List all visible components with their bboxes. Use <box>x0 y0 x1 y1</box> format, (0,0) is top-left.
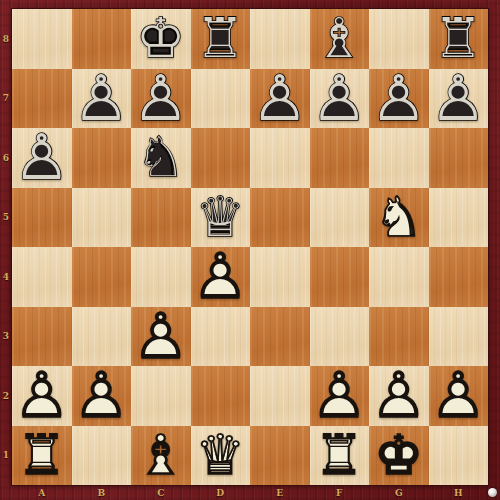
file-label-c: C <box>131 485 191 500</box>
square-c7[interactable]: ♟♙ <box>131 69 191 129</box>
piece-white-pawn[interactable]: ♟♙ <box>191 247 251 307</box>
file-label-e: E <box>250 485 310 500</box>
piece-white-pawn[interactable]: ♟♙ <box>310 366 370 426</box>
square-b6[interactable] <box>72 128 132 188</box>
square-a5[interactable] <box>12 188 72 248</box>
piece-black-pawn[interactable]: ♟♙ <box>250 69 310 129</box>
white-queen-outline-icon: ♕ <box>191 426 251 486</box>
piece-black-queen[interactable]: ♛♕ <box>191 188 251 248</box>
square-g8[interactable] <box>369 9 429 69</box>
square-g2[interactable]: ♟♙ <box>369 366 429 426</box>
black-queen-icon: ♛ <box>191 188 251 248</box>
piece-black-rook[interactable]: ♜♖ <box>191 9 251 69</box>
square-f8[interactable]: ♝♗ <box>310 9 370 69</box>
square-d5[interactable]: ♛♕ <box>191 188 251 248</box>
white-king-icon: ♚ <box>369 426 429 486</box>
piece-white-knight[interactable]: ♞♘ <box>369 188 429 248</box>
square-a2[interactable]: ♟♙ <box>12 366 72 426</box>
square-f5[interactable] <box>310 188 370 248</box>
square-d6[interactable] <box>191 128 251 188</box>
piece-white-bishop[interactable]: ♝♗ <box>131 426 191 486</box>
piece-black-king[interactable]: ♚♔ <box>131 9 191 69</box>
white-pawn-outline-icon: ♙ <box>191 247 251 307</box>
rank-label-6: 6 <box>0 128 12 188</box>
square-g5[interactable]: ♞♘ <box>369 188 429 248</box>
rank-label-5: 5 <box>0 188 12 248</box>
piece-white-pawn[interactable]: ♟♙ <box>72 366 132 426</box>
piece-black-pawn[interactable]: ♟♙ <box>12 128 72 188</box>
white-king-outline-icon: ♔ <box>369 426 429 486</box>
square-h4[interactable] <box>429 247 489 307</box>
black-pawn-outline-icon: ♙ <box>429 69 489 129</box>
square-d3[interactable] <box>191 307 251 367</box>
white-rook-icon: ♜ <box>12 426 72 486</box>
square-a7[interactable] <box>12 69 72 129</box>
black-rook-outline-icon: ♖ <box>191 9 251 69</box>
black-pawn-outline-icon: ♙ <box>72 69 132 129</box>
black-queen-outline-icon: ♕ <box>191 188 251 248</box>
black-knight-icon: ♞ <box>131 128 191 188</box>
square-d4[interactable]: ♟♙ <box>191 247 251 307</box>
piece-black-pawn[interactable]: ♟♙ <box>429 69 489 129</box>
square-h2[interactable]: ♟♙ <box>429 366 489 426</box>
piece-white-rook[interactable]: ♜♖ <box>12 426 72 486</box>
square-c5[interactable] <box>131 188 191 248</box>
black-pawn-outline-icon: ♙ <box>131 69 191 129</box>
black-pawn-icon: ♟ <box>369 69 429 129</box>
white-pawn-outline-icon: ♙ <box>131 307 191 367</box>
square-g6[interactable] <box>369 128 429 188</box>
file-label-a: A <box>12 485 72 500</box>
square-c2[interactable] <box>131 366 191 426</box>
black-pawn-icon: ♟ <box>72 69 132 129</box>
black-pawn-icon: ♟ <box>12 128 72 188</box>
black-pawn-icon: ♟ <box>429 69 489 129</box>
file-label-d: D <box>191 485 251 500</box>
square-e2[interactable] <box>250 366 310 426</box>
file-label-f: F <box>310 485 370 500</box>
file-label-g: G <box>369 485 429 500</box>
white-pawn-outline-icon: ♙ <box>310 366 370 426</box>
square-e3[interactable] <box>250 307 310 367</box>
square-g4[interactable] <box>369 247 429 307</box>
black-pawn-outline-icon: ♙ <box>12 128 72 188</box>
white-pawn-outline-icon: ♙ <box>429 366 489 426</box>
square-f2[interactable]: ♟♙ <box>310 366 370 426</box>
file-label-h: H <box>429 485 489 500</box>
square-f1[interactable]: ♜♖ <box>310 426 370 486</box>
white-bishop-icon: ♝ <box>131 426 191 486</box>
rank-label-4: 4 <box>0 247 12 307</box>
piece-white-pawn[interactable]: ♟♙ <box>131 307 191 367</box>
square-c1[interactable]: ♝♗ <box>131 426 191 486</box>
white-knight-outline-icon: ♘ <box>369 188 429 248</box>
piece-black-bishop[interactable]: ♝♗ <box>310 9 370 69</box>
black-king-icon: ♚ <box>131 9 191 69</box>
white-pawn-icon: ♟ <box>369 366 429 426</box>
black-rook-icon: ♜ <box>429 9 489 69</box>
black-pawn-icon: ♟ <box>310 69 370 129</box>
square-f7[interactable]: ♟♙ <box>310 69 370 129</box>
piece-black-pawn[interactable]: ♟♙ <box>131 69 191 129</box>
square-f4[interactable] <box>310 247 370 307</box>
piece-black-rook[interactable]: ♜♖ <box>429 9 489 69</box>
square-e5[interactable] <box>250 188 310 248</box>
square-h3[interactable] <box>429 307 489 367</box>
square-e8[interactable] <box>250 9 310 69</box>
square-d8[interactable]: ♜♖ <box>191 9 251 69</box>
square-a3[interactable] <box>12 307 72 367</box>
white-bishop-outline-icon: ♗ <box>131 426 191 486</box>
white-pawn-icon: ♟ <box>310 366 370 426</box>
square-b2[interactable]: ♟♙ <box>72 366 132 426</box>
square-b3[interactable] <box>72 307 132 367</box>
rank-label-2: 2 <box>0 366 12 426</box>
black-pawn-outline-icon: ♙ <box>369 69 429 129</box>
black-pawn-outline-icon: ♙ <box>250 69 310 129</box>
piece-white-pawn[interactable]: ♟♙ <box>369 366 429 426</box>
piece-black-knight[interactable]: ♞♘ <box>131 128 191 188</box>
white-knight-icon: ♞ <box>369 188 429 248</box>
piece-white-king[interactable]: ♚♔ <box>369 426 429 486</box>
rank-label-3: 3 <box>0 307 12 367</box>
piece-black-pawn[interactable]: ♟♙ <box>369 69 429 129</box>
square-e7[interactable]: ♟♙ <box>250 69 310 129</box>
square-a4[interactable] <box>12 247 72 307</box>
square-b7[interactable]: ♟♙ <box>72 69 132 129</box>
white-pawn-outline-icon: ♙ <box>72 366 132 426</box>
black-rook-icon: ♜ <box>191 9 251 69</box>
square-d2[interactable] <box>191 366 251 426</box>
file-label-b: B <box>72 485 132 500</box>
square-h7[interactable]: ♟♙ <box>429 69 489 129</box>
white-queen-icon: ♛ <box>191 426 251 486</box>
white-pawn-outline-icon: ♙ <box>369 366 429 426</box>
square-b4[interactable] <box>72 247 132 307</box>
white-pawn-outline-icon: ♙ <box>12 366 72 426</box>
chess-board: ♚♔♜♖♝♗♜♖♟♙♟♙♟♙♟♙♟♙♟♙♟♙♞♘♛♕♞♘♟♙♟♙♟♙♟♙♟♙♟♙… <box>12 9 488 485</box>
square-a6[interactable]: ♟♙ <box>12 128 72 188</box>
square-c6[interactable]: ♞♘ <box>131 128 191 188</box>
square-a1[interactable]: ♜♖ <box>12 426 72 486</box>
square-g1[interactable]: ♚♔ <box>369 426 429 486</box>
square-e6[interactable] <box>250 128 310 188</box>
square-b8[interactable] <box>72 9 132 69</box>
black-knight-outline-icon: ♘ <box>131 128 191 188</box>
square-h8[interactable]: ♜♖ <box>429 9 489 69</box>
white-rook-outline-icon: ♖ <box>310 426 370 486</box>
white-pawn-icon: ♟ <box>191 247 251 307</box>
square-h5[interactable] <box>429 188 489 248</box>
square-f3[interactable] <box>310 307 370 367</box>
square-c4[interactable] <box>131 247 191 307</box>
black-pawn-icon: ♟ <box>250 69 310 129</box>
square-e1[interactable] <box>250 426 310 486</box>
piece-black-pawn[interactable]: ♟♙ <box>72 69 132 129</box>
square-b1[interactable] <box>72 426 132 486</box>
square-c3[interactable]: ♟♙ <box>131 307 191 367</box>
black-king-outline-icon: ♔ <box>131 9 191 69</box>
square-h6[interactable] <box>429 128 489 188</box>
black-bishop-outline-icon: ♗ <box>310 9 370 69</box>
square-g7[interactable]: ♟♙ <box>369 69 429 129</box>
chessboard-frame: ♚♔♜♖♝♗♜♖♟♙♟♙♟♙♟♙♟♙♟♙♟♙♞♘♛♕♞♘♟♙♟♙♟♙♟♙♟♙♟♙… <box>0 0 500 500</box>
piece-white-rook[interactable]: ♜♖ <box>310 426 370 486</box>
black-pawn-icon: ♟ <box>131 69 191 129</box>
white-rook-icon: ♜ <box>310 426 370 486</box>
black-rook-outline-icon: ♖ <box>429 9 489 69</box>
square-a8[interactable] <box>12 9 72 69</box>
square-d1[interactable]: ♛♕ <box>191 426 251 486</box>
black-bishop-icon: ♝ <box>310 9 370 69</box>
square-c8[interactable]: ♚♔ <box>131 9 191 69</box>
piece-white-pawn[interactable]: ♟♙ <box>429 366 489 426</box>
piece-white-pawn[interactable]: ♟♙ <box>12 366 72 426</box>
white-pawn-icon: ♟ <box>72 366 132 426</box>
square-d7[interactable] <box>191 69 251 129</box>
white-pawn-icon: ♟ <box>12 366 72 426</box>
piece-black-pawn[interactable]: ♟♙ <box>310 69 370 129</box>
square-g3[interactable] <box>369 307 429 367</box>
rank-label-8: 8 <box>0 9 12 69</box>
square-h1[interactable] <box>429 426 489 486</box>
square-f6[interactable] <box>310 128 370 188</box>
black-pawn-outline-icon: ♙ <box>310 69 370 129</box>
rank-label-1: 1 <box>0 426 12 486</box>
rank-label-7: 7 <box>0 69 12 129</box>
white-pawn-icon: ♟ <box>131 307 191 367</box>
white-rook-outline-icon: ♖ <box>12 426 72 486</box>
white-pawn-icon: ♟ <box>429 366 489 426</box>
square-e4[interactable] <box>250 247 310 307</box>
piece-white-queen[interactable]: ♛♕ <box>191 426 251 486</box>
white-to-move-indicator <box>488 488 497 497</box>
square-b5[interactable] <box>72 188 132 248</box>
